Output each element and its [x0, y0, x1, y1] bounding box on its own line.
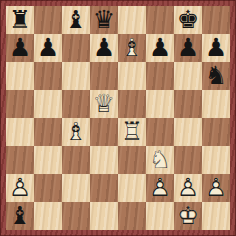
piece-black-knight: ♞	[202, 62, 230, 90]
square-e4[interactable]: ♜♖	[118, 118, 146, 146]
square-c2[interactable]	[62, 174, 90, 202]
square-d3[interactable]	[90, 146, 118, 174]
piece-glyph: ♟	[202, 34, 230, 62]
square-d4[interactable]	[90, 118, 118, 146]
square-b2[interactable]	[34, 174, 62, 202]
square-e5[interactable]	[118, 90, 146, 118]
piece-glyph-outline: ♘	[146, 146, 174, 174]
square-f1[interactable]	[146, 202, 174, 230]
square-d8[interactable]: ♛	[90, 6, 118, 34]
square-e3[interactable]	[118, 146, 146, 174]
square-a1[interactable]: ♝	[6, 202, 34, 230]
square-b3[interactable]	[34, 146, 62, 174]
piece-white-king: ♚♔	[174, 202, 202, 230]
piece-white-bishop: ♝♗	[118, 34, 146, 62]
square-a6[interactable]	[6, 62, 34, 90]
square-f7[interactable]: ♟	[146, 34, 174, 62]
piece-black-pawn: ♟	[90, 34, 118, 62]
square-g8[interactable]: ♚	[174, 6, 202, 34]
piece-black-pawn: ♟	[146, 34, 174, 62]
piece-glyph: ♟	[90, 34, 118, 62]
piece-glyph: ♜	[6, 6, 34, 34]
piece-black-rook: ♜	[6, 6, 34, 34]
square-c3[interactable]	[62, 146, 90, 174]
piece-white-pawn: ♟♙	[146, 174, 174, 202]
piece-white-queen: ♛♕	[90, 90, 118, 118]
piece-glyph-outline: ♔	[174, 202, 202, 230]
square-h4[interactable]	[202, 118, 230, 146]
square-d6[interactable]	[90, 62, 118, 90]
square-d7[interactable]: ♟	[90, 34, 118, 62]
square-f6[interactable]	[146, 62, 174, 90]
square-c7[interactable]	[62, 34, 90, 62]
piece-glyph-outline: ♕	[90, 90, 118, 118]
piece-glyph-outline: ♙	[202, 174, 230, 202]
square-g2[interactable]: ♟♙	[174, 174, 202, 202]
square-b1[interactable]	[34, 202, 62, 230]
piece-black-bishop: ♝	[6, 202, 34, 230]
square-c4[interactable]: ♝♗	[62, 118, 90, 146]
square-d2[interactable]	[90, 174, 118, 202]
square-f2[interactable]: ♟♙	[146, 174, 174, 202]
piece-glyph: ♟	[174, 34, 202, 62]
piece-white-pawn: ♟♙	[202, 174, 230, 202]
square-a4[interactable]	[6, 118, 34, 146]
piece-black-pawn: ♟	[6, 34, 34, 62]
square-a8[interactable]: ♜	[6, 6, 34, 34]
square-g7[interactable]: ♟	[174, 34, 202, 62]
square-g6[interactable]	[174, 62, 202, 90]
piece-glyph-outline: ♙	[174, 174, 202, 202]
square-b5[interactable]	[34, 90, 62, 118]
piece-glyph-outline: ♙	[146, 174, 174, 202]
square-e7[interactable]: ♝♗	[118, 34, 146, 62]
square-a7[interactable]: ♟	[6, 34, 34, 62]
piece-white-knight: ♞♘	[146, 146, 174, 174]
piece-black-pawn: ♟	[34, 34, 62, 62]
square-h8[interactable]	[202, 6, 230, 34]
piece-black-king: ♚	[174, 6, 202, 34]
piece-glyph-outline: ♗	[118, 34, 146, 62]
square-d1[interactable]	[90, 202, 118, 230]
piece-glyph: ♟	[6, 34, 34, 62]
piece-glyph: ♟	[146, 34, 174, 62]
square-g4[interactable]	[174, 118, 202, 146]
square-b7[interactable]: ♟	[34, 34, 62, 62]
square-h7[interactable]: ♟	[202, 34, 230, 62]
square-b8[interactable]	[34, 6, 62, 34]
piece-glyph: ♚	[174, 6, 202, 34]
piece-glyph: ♛	[90, 6, 118, 34]
square-h1[interactable]	[202, 202, 230, 230]
piece-glyph-outline: ♙	[6, 174, 34, 202]
piece-white-pawn: ♟♙	[6, 174, 34, 202]
square-a3[interactable]	[6, 146, 34, 174]
piece-white-rook: ♜♖	[118, 118, 146, 146]
square-a2[interactable]: ♟♙	[6, 174, 34, 202]
square-f8[interactable]	[146, 6, 174, 34]
square-c1[interactable]	[62, 202, 90, 230]
piece-black-queen: ♛	[90, 6, 118, 34]
square-g1[interactable]: ♚♔	[174, 202, 202, 230]
square-c5[interactable]	[62, 90, 90, 118]
square-a5[interactable]	[6, 90, 34, 118]
piece-black-pawn: ♟	[174, 34, 202, 62]
square-h3[interactable]	[202, 146, 230, 174]
square-d5[interactable]: ♛♕	[90, 90, 118, 118]
piece-glyph: ♞	[202, 62, 230, 90]
square-c6[interactable]	[62, 62, 90, 90]
piece-white-pawn: ♟♙	[174, 174, 202, 202]
square-g5[interactable]	[174, 90, 202, 118]
piece-glyph: ♝	[62, 6, 90, 34]
piece-glyph: ♟	[34, 34, 62, 62]
piece-white-bishop: ♝♗	[62, 118, 90, 146]
piece-glyph-outline: ♗	[62, 118, 90, 146]
square-f4[interactable]	[146, 118, 174, 146]
chess-board: ♜♝♛♚♟♟♟♝♗♟♟♟♞♛♕♝♗♜♖♞♘♟♙♟♙♟♙♟♙♝♚♔	[6, 6, 230, 230]
piece-black-bishop: ♝	[62, 6, 90, 34]
piece-glyph: ♝	[6, 202, 34, 230]
square-f3[interactable]: ♞♘	[146, 146, 174, 174]
square-h6[interactable]: ♞	[202, 62, 230, 90]
piece-glyph-outline: ♖	[118, 118, 146, 146]
square-e8[interactable]	[118, 6, 146, 34]
square-e1[interactable]	[118, 202, 146, 230]
square-h2[interactable]: ♟♙	[202, 174, 230, 202]
square-b4[interactable]	[34, 118, 62, 146]
square-e6[interactable]	[118, 62, 146, 90]
square-c8[interactable]: ♝	[62, 6, 90, 34]
chess-board-frame: ♜♝♛♚♟♟♟♝♗♟♟♟♞♛♕♝♗♜♖♞♘♟♙♟♙♟♙♟♙♝♚♔	[0, 0, 236, 236]
square-f5[interactable]	[146, 90, 174, 118]
piece-black-pawn: ♟	[202, 34, 230, 62]
square-h5[interactable]	[202, 90, 230, 118]
square-g3[interactable]	[174, 146, 202, 174]
square-b6[interactable]	[34, 62, 62, 90]
square-e2[interactable]	[118, 174, 146, 202]
